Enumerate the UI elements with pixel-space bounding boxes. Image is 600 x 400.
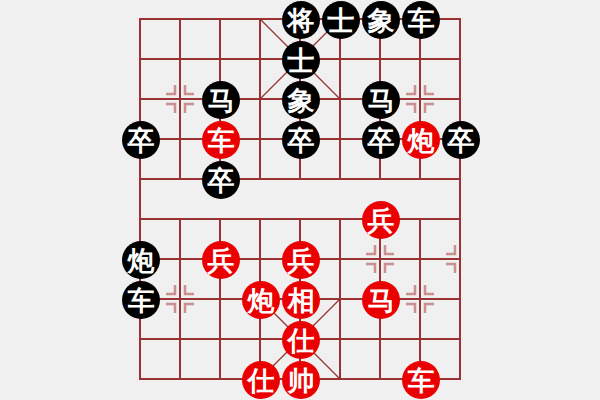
piece-black-elephant[interactable]: 象 bbox=[362, 1, 400, 39]
piece-red-chariot[interactable]: 车 bbox=[402, 361, 440, 399]
piece-black-cannon[interactable]: 炮 bbox=[122, 241, 160, 279]
piece-black-advisor[interactable]: 士 bbox=[322, 1, 360, 39]
piece-red-horse[interactable]: 马 bbox=[362, 281, 400, 319]
piece-red-cannon[interactable]: 炮 bbox=[242, 281, 280, 319]
piece-black-soldier[interactable]: 卒 bbox=[442, 121, 480, 159]
piece-red-advisor[interactable]: 仕 bbox=[282, 321, 320, 359]
piece-black-chariot[interactable]: 车 bbox=[402, 1, 440, 39]
piece-red-advisor[interactable]: 仕 bbox=[242, 361, 280, 399]
piece-black-general[interactable]: 将 bbox=[282, 1, 320, 39]
piece-red-soldier[interactable]: 兵 bbox=[362, 201, 400, 239]
piece-black-chariot[interactable]: 车 bbox=[122, 281, 160, 319]
piece-black-horse[interactable]: 马 bbox=[202, 81, 240, 119]
piece-black-soldier[interactable]: 卒 bbox=[202, 161, 240, 199]
piece-black-elephant[interactable]: 象 bbox=[282, 81, 320, 119]
piece-black-advisor[interactable]: 士 bbox=[282, 41, 320, 79]
piece-black-soldier[interactable]: 卒 bbox=[282, 121, 320, 159]
piece-red-soldier[interactable]: 兵 bbox=[202, 241, 240, 279]
piece-grid[interactable]: 将士象车士马象马卒车卒卒炮卒卒兵炮兵兵车炮相马仕仕帅车 bbox=[121, 0, 481, 400]
piece-black-soldier[interactable]: 卒 bbox=[122, 121, 160, 159]
piece-red-chariot[interactable]: 车 bbox=[202, 121, 240, 159]
piece-black-soldier[interactable]: 卒 bbox=[362, 121, 400, 159]
piece-red-elephant[interactable]: 相 bbox=[282, 281, 320, 319]
piece-red-soldier[interactable]: 兵 bbox=[282, 241, 320, 279]
piece-red-general[interactable]: 帅 bbox=[282, 361, 320, 399]
xiangqi-board: 将士象车士马象马卒车卒卒炮卒卒兵炮兵兵车炮相马仕仕帅车 bbox=[0, 0, 600, 400]
piece-black-horse[interactable]: 马 bbox=[362, 81, 400, 119]
piece-red-cannon[interactable]: 炮 bbox=[402, 121, 440, 159]
